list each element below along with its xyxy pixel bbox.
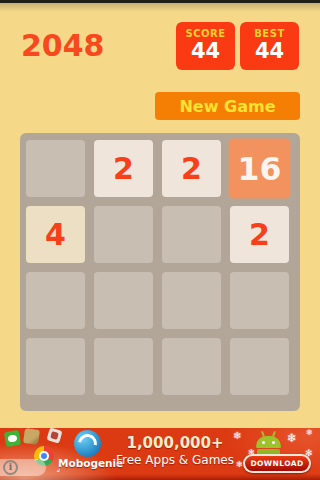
info-icon: i <box>3 460 18 475</box>
photo-app-icon <box>46 428 62 444</box>
tile-4-r2c1: 4 <box>26 206 85 263</box>
cell-r3c2 <box>94 272 153 329</box>
wechat-app-icon <box>4 430 21 447</box>
cell-r2c3 <box>162 206 221 263</box>
board[interactable]: 221642 <box>20 133 300 411</box>
download-button[interactable]: DOWNLOAD <box>243 454 311 473</box>
score-box: SCORE 44 <box>176 22 235 70</box>
snowflake-icon: ❄ <box>287 431 297 445</box>
score-label: SCORE <box>185 29 225 39</box>
best-box: BEST 44 <box>240 22 299 70</box>
tile-2-r1c2: 2 <box>94 140 153 197</box>
game-title: 2048 <box>21 28 105 63</box>
cell-r3c1 <box>26 272 85 329</box>
ad-headline: 1,000,000+ <box>120 434 230 452</box>
ad-subline: Free Apps & Games <box>108 453 242 467</box>
tile-2-r2c4: 2 <box>230 206 289 263</box>
score-value: 44 <box>191 39 220 64</box>
cell-r2c2 <box>94 206 153 263</box>
cell-r1c1 <box>26 140 85 197</box>
snowflake-icon: ❄ <box>233 430 241 441</box>
cell-r3c3 <box>162 272 221 329</box>
tile-2-r1c3: 2 <box>162 140 221 197</box>
tile-16-r1c4: 16 <box>229 139 291 199</box>
cell-r4c2 <box>94 338 153 395</box>
cell-r3c4 <box>230 272 289 329</box>
best-value: 44 <box>255 39 284 64</box>
best-label: BEST <box>254 29 284 39</box>
game-app-icon <box>23 428 40 445</box>
cell-r4c4 <box>230 338 289 395</box>
status-bar-shadow <box>0 3 320 12</box>
new-game-button[interactable]: New Game <box>155 92 300 120</box>
mobogenie-logo-icon <box>74 430 101 457</box>
ad-info-button[interactable]: i <box>0 459 46 476</box>
cell-r4c3 <box>162 338 221 395</box>
snowflake-icon: ❄ <box>306 428 313 437</box>
snowflake-icon: ✻ <box>236 460 243 469</box>
ad-banner[interactable]: ♪ Mobogenie 1,000,000+ Free Apps & Games… <box>0 428 320 480</box>
app-screen: 2048 SCORE 44 BEST 44 New Game 221642 ♪ … <box>0 0 320 480</box>
cell-r4c1 <box>26 338 85 395</box>
